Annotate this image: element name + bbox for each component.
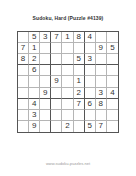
cell-r8c2: 3 (29, 110, 40, 121)
cell-r1c8 (96, 32, 107, 43)
cell-r8c3 (40, 110, 51, 121)
cell-r9c2: 9 (29, 121, 40, 132)
cell-r4c2: 6 (29, 65, 40, 76)
cell-r9c6 (74, 121, 85, 132)
cell-r4c4 (51, 65, 62, 76)
cell-r4c5 (62, 65, 73, 76)
cell-r4c3 (40, 65, 51, 76)
cell-r9c9 (107, 121, 118, 132)
cell-r2c9: 5 (107, 43, 118, 54)
cell-r7c6: 7 (74, 99, 85, 110)
cell-r2c2: 1 (29, 43, 40, 54)
cell-r6c4 (51, 88, 62, 99)
cell-r6c3: 9 (40, 88, 51, 99)
cell-r4c9 (107, 65, 118, 76)
cell-r9c8: 7 (96, 121, 107, 132)
cell-r8c4 (51, 110, 62, 121)
cell-r6c6: 2 (74, 88, 85, 99)
cell-r8c8 (96, 110, 107, 121)
cell-r1c7: 4 (85, 32, 96, 43)
cell-r4c8 (96, 65, 107, 76)
cell-r2c1: 7 (18, 43, 29, 54)
cell-r2c3 (40, 43, 51, 54)
page-title: Sudoku, Hard (Puzzle #4139) (0, 15, 136, 21)
cell-r3c1: 8 (18, 54, 29, 65)
cell-r1c9 (107, 32, 118, 43)
cell-r5c6: 1 (74, 76, 85, 87)
cell-r3c6: 5 (74, 54, 85, 65)
cell-r3c4 (51, 54, 62, 65)
cell-r3c9 (107, 54, 118, 65)
cell-r1c2: 5 (29, 32, 40, 43)
cell-r7c7: 6 (85, 99, 96, 110)
cell-r2c4 (51, 43, 62, 54)
cell-r9c5: 2 (62, 121, 73, 132)
cell-r6c5 (62, 88, 73, 99)
cell-r5c2 (29, 76, 40, 87)
cell-r5c1 (18, 76, 29, 87)
cell-r6c1 (18, 88, 29, 99)
cell-r2c8: 9 (96, 43, 107, 54)
cell-r7c9 (107, 99, 118, 110)
cell-r4c1 (18, 65, 29, 76)
cell-r7c4 (51, 99, 62, 110)
cell-r1c4: 7 (51, 32, 62, 43)
cell-r1c6: 8 (74, 32, 85, 43)
cell-r7c2: 4 (29, 99, 40, 110)
cell-r5c7 (85, 76, 96, 87)
cell-r8c5 (62, 110, 73, 121)
cell-r4c6 (74, 65, 85, 76)
cell-r6c2 (29, 88, 40, 99)
cell-r6c8: 3 (96, 88, 107, 99)
cell-r5c4: 9 (51, 76, 62, 87)
cell-r2c5 (62, 43, 73, 54)
cell-r7c8: 8 (96, 99, 107, 110)
cell-r9c3 (40, 121, 51, 132)
cell-r5c3 (40, 76, 51, 87)
cell-r1c1 (18, 32, 29, 43)
cell-r8c1 (18, 110, 29, 121)
footer-url: www.sudoku-puzzles.net (0, 161, 136, 166)
cell-r5c5 (62, 76, 73, 87)
cell-r8c7 (85, 110, 96, 121)
cell-r8c6 (74, 110, 85, 121)
cell-r5c8 (96, 76, 107, 87)
cell-r5c9 (107, 76, 118, 87)
cell-r8c9 (107, 110, 118, 121)
cell-r7c3 (40, 99, 51, 110)
cell-r9c7: 5 (85, 121, 96, 132)
cell-r9c1 (18, 121, 29, 132)
cell-r3c2: 2 (29, 54, 40, 65)
cell-r7c5 (62, 99, 73, 110)
cell-r6c7 (85, 88, 96, 99)
cell-r1c5: 1 (62, 32, 73, 43)
cell-r4c7 (85, 65, 96, 76)
cell-r3c8 (96, 54, 107, 65)
cell-r7c1 (18, 99, 29, 110)
cell-r9c4 (51, 121, 62, 132)
cell-r3c7: 3 (85, 54, 96, 65)
cell-r3c3 (40, 54, 51, 65)
sudoku-board: 537184719582536919234476839257 (17, 31, 119, 133)
cell-r2c7 (85, 43, 96, 54)
cell-r1c3: 3 (40, 32, 51, 43)
cell-r2c6 (74, 43, 85, 54)
cell-r6c9: 4 (107, 88, 118, 99)
sudoku-print-page: Sudoku, Hard (Puzzle #4139) 537184719582… (0, 0, 136, 176)
cell-r3c5 (62, 54, 73, 65)
